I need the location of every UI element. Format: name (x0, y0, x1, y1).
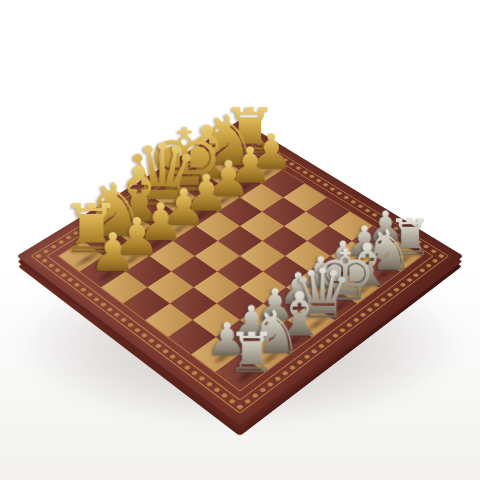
chess-set-photo-scene: ♜♞♝♛♚♝♞♜♟♟♟♟♟♟♟♟♟♟♟♟♟♟♟♟♜♞♝♛♚♝♞♜ (0, 0, 480, 480)
square-a1[interactable]: ♜ (215, 354, 264, 390)
silver-rook-piece[interactable]: ♜ (202, 326, 300, 381)
square-a7[interactable]: ♟ (80, 256, 126, 287)
gold-pawn-piece[interactable]: ♟ (67, 226, 158, 279)
